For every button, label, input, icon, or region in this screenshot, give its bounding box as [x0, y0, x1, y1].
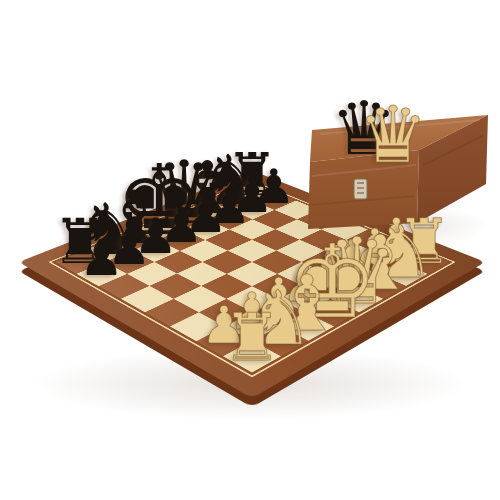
box-grain-line	[423, 135, 484, 165]
chess-set-scene: ♛♛♜♞♟♝♟♛♟♚♟♝♟♞♟♟♜♟♟♜♟♟♞♟♝♟♛♟♚♟♝♟♞♜	[0, 0, 500, 500]
chessboard-frame	[19, 170, 486, 398]
box-grain-line	[312, 165, 416, 176]
box-grain-line	[320, 120, 480, 134]
chessboard	[55, 183, 448, 373]
tray-piece-black-queen[interactable]: ♛	[331, 91, 397, 165]
box-top-face	[310, 115, 488, 162]
box-side-face	[417, 115, 488, 223]
metal-clasp-icon	[354, 179, 367, 199]
tray-piece-white-queen[interactable]: ♛	[358, 96, 428, 174]
